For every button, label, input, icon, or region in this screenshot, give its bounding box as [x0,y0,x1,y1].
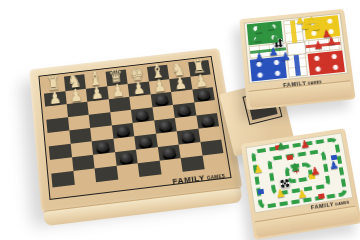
ludo-peg-green[interactable]: ♟ [270,33,281,45]
track-cell-blue [257,189,264,195]
checker-black[interactable] [116,125,130,136]
race-peg-red[interactable]: ♟ [310,165,321,177]
race-peg-green[interactable]: ♟ [275,141,286,153]
checker-black[interactable] [135,110,149,121]
race-peg-green[interactable]: ♟ [289,162,300,174]
race-peg-yellow[interactable]: ♟ [297,188,309,200]
brand-games-text: GAMES [207,174,226,181]
checker-black[interactable] [162,147,176,158]
checker-black[interactable] [96,141,110,152]
checker-black[interactable] [181,131,195,142]
chess-piece-white-pawn[interactable]: ♟ [69,86,83,104]
checker-black[interactable] [177,105,191,116]
chess-piece-white-pawn[interactable]: ♟ [194,72,209,90]
product-photo-scene: ♜♞♝♛♚♝♞♜♟♟♟♟♟♟♟♟ FAMILYGAMES [0,0,360,240]
square-d1 [116,163,139,179]
chess-piece-white-pawn[interactable]: ♟ [173,74,188,92]
checker-black[interactable] [139,136,153,147]
brand-games-text: GAMES [335,201,350,207]
chess-checkers-board: ♜♞♝♛♚♝♞♜♟♟♟♟♟♟♟♟ FAMILYGAMES [29,48,243,213]
chess-piece-white-pawn[interactable]: ♟ [152,77,167,95]
ludo-peg-blue[interactable]: ♟ [280,51,291,63]
checker-black[interactable] [200,115,214,126]
square-e1 [138,161,161,177]
ludo-peg-red[interactable]: ♟ [313,40,324,52]
ludo-peg-green[interactable]: ♟ [266,21,277,32]
square-a1 [51,171,74,187]
brand-games-text: GAMES [307,80,322,85]
checker-black[interactable] [155,94,169,105]
race-peg-blue[interactable]: ♟ [328,160,340,172]
brand-family-text: FAMILY [172,173,206,186]
chess-piece-white-pawn[interactable]: ♟ [48,89,62,107]
race-peg-yellow[interactable]: ♟ [253,164,264,176]
chess-piece-white-pawn[interactable]: ♟ [111,81,125,99]
race-peg-red[interactable]: ♟ [299,138,310,150]
square-b1 [73,168,96,184]
ludo-peg-blue[interactable]: ♟ [268,46,279,58]
ludo-peg-green[interactable]: ♟ [252,33,263,45]
chess-piece-white-pawn[interactable]: ♟ [90,84,104,102]
race-game-board: ✶ ♟♟♟♟♟♟♟♟ FAMILYGAMES [241,128,360,240]
square-c1 [95,166,118,182]
ludo-peg-yellow[interactable]: ♟ [299,20,310,31]
track-cell-red [286,155,293,161]
brand-family-text: FAMILY [283,80,307,88]
ludo-peg-blue[interactable]: ♟ [254,52,265,64]
checker-black[interactable] [158,120,172,131]
ludo-peg-red[interactable]: ♟ [326,36,337,48]
chess-grid: ♜♞♝♛♚♝♞♜♟♟♟♟♟♟♟♟ [43,60,226,188]
checker-black[interactable] [119,152,133,163]
ludo-board: ♟♟♟♟♟♟♟♟♟♟♟♟♟♟ FAMILYGAMES [239,9,355,110]
checker-black[interactable] [196,89,210,100]
chess-piece-white-pawn[interactable]: ♟ [132,79,146,97]
brand-family-text: FAMILY [310,201,334,211]
chess-board-panel: ♜♞♝♛♚♝♞♜♟♟♟♟♟♟♟♟ FAMILYGAMES [38,56,231,200]
race-peg-yellow[interactable]: ♟ [275,188,286,200]
ludo-peg-yellow[interactable]: ♟ [311,20,322,31]
